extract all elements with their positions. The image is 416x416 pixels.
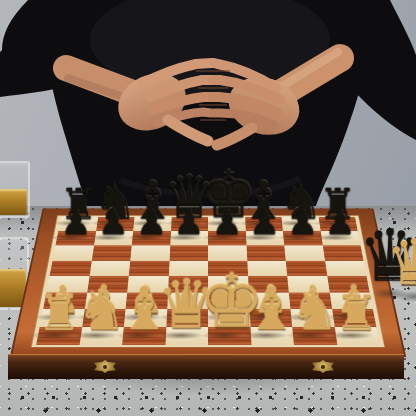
piece-black-pawn-a7[interactable]: ♟ [48,206,104,238]
square-f1[interactable] [250,327,294,345]
square-c6[interactable] [130,245,170,260]
piece-white-pawn-g2[interactable]: ♟ [281,283,342,318]
piece-black-pawn-f7[interactable]: ♟ [237,206,293,238]
square-f3[interactable] [248,292,290,309]
piece-black-knight-b8[interactable]: ♞ [88,179,143,224]
square-f7[interactable] [245,231,284,245]
piece-shadow [283,313,330,321]
piece-shadow [238,234,280,240]
piece-white-queen-d1[interactable]: ♛ [155,274,218,336]
queen-glyph: ♛ [155,274,218,336]
square-d6[interactable] [169,245,208,260]
square-c1[interactable] [122,327,166,345]
square-a6[interactable] [53,245,94,260]
piece-white-pawn-f2[interactable]: ♟ [240,283,301,318]
square-c2[interactable] [124,309,167,327]
piece-white-rook-h1[interactable]: ♜ [326,291,389,336]
piece-black-pawn-c7[interactable]: ♟ [124,206,180,238]
square-f8[interactable] [245,217,283,231]
brass-latch-icon[interactable] [94,360,116,373]
pawn-glyph: ♟ [237,206,293,238]
square-b4[interactable] [87,276,129,292]
square-h7[interactable] [320,231,360,245]
square-b3[interactable] [84,292,127,309]
piece-white-pawn-h2[interactable]: ♟ [323,283,384,318]
bishop-glyph: ♝ [241,281,304,336]
piece-shadow [158,313,204,321]
piece-black-pawn-b7[interactable]: ♟ [86,206,142,238]
piece-shadow [125,234,167,240]
king-glyph: ♚ [198,268,261,336]
piece-white-pawn-e2[interactable]: ♟ [198,283,259,318]
piece-shadow [126,220,167,226]
brass-latch-icon[interactable] [312,360,334,373]
square-d7[interactable] [170,231,208,245]
piece-shadow [89,220,131,226]
piece-shadow [314,234,357,240]
piece-shadow [87,234,130,240]
piece-black-pawn-d7[interactable]: ♟ [161,206,217,238]
photo-chess-scene: { "game": "chess", "position": "rnbqkbnr… [0,0,416,416]
piece-shadow [52,220,94,226]
pawn-glyph: ♟ [161,206,217,238]
piece-shadow [114,331,162,339]
square-f5[interactable] [247,260,287,276]
square-c8[interactable] [133,217,171,231]
pawn-glyph: ♟ [86,206,142,238]
square-a3[interactable] [43,292,87,309]
square-g3[interactable] [289,292,332,309]
piece-shadow [201,234,243,240]
pawn-glyph: ♟ [198,283,259,318]
square-a1[interactable] [36,327,82,345]
square-g6[interactable] [284,245,324,260]
piece-black-knight-g8[interactable]: ♞ [273,179,328,224]
square-e3[interactable] [208,292,249,309]
piece-shadow [201,220,242,226]
piece-shadow [238,220,279,226]
piece-white-king-e1[interactable]: ♚ [198,268,261,336]
bishop-glyph: ♝ [113,281,176,336]
piece-shadow [33,313,80,321]
square-h8[interactable] [318,217,357,231]
square-c3[interactable] [126,292,168,309]
piece-shadow [164,220,205,226]
piece-shadow [200,331,247,339]
square-h5[interactable] [325,260,367,276]
square-g7[interactable] [283,231,323,245]
square-e1[interactable] [208,327,251,345]
board-squares [36,217,380,345]
rook-glyph: ♜ [28,291,91,336]
pawn-glyph: ♟ [73,283,134,318]
square-b2[interactable] [82,309,126,327]
square-b6[interactable] [91,245,131,260]
piece-shadow [157,331,204,339]
pawn-glyph: ♟ [275,206,331,238]
square-g4[interactable] [287,276,329,292]
square-e6[interactable] [208,245,247,260]
square-b7[interactable] [94,231,134,245]
square-c7[interactable] [132,231,171,245]
square-f4[interactable] [248,276,289,292]
square-b1[interactable] [79,327,124,345]
square-d8[interactable] [171,217,208,231]
pawn-glyph: ♟ [281,283,342,318]
square-d5[interactable] [168,260,208,276]
rook-glyph: ♜ [326,291,389,336]
knight-glyph: ♞ [88,179,143,224]
piece-shadow [74,313,121,321]
piece-white-pawn-d2[interactable]: ♟ [157,283,218,318]
piece-black-queen-d8[interactable]: ♛ [162,170,217,224]
pawn-glyph: ♟ [115,283,176,318]
square-f6[interactable] [246,245,286,260]
square-e5[interactable] [208,260,248,276]
piece-white-bishop-c1[interactable]: ♝ [113,281,176,336]
piece-shadow [72,331,120,339]
piece-shadow [327,331,375,339]
piece-shadow [116,313,163,321]
piece-black-pawn-h7[interactable]: ♟ [312,206,368,238]
square-c5[interactable] [129,260,169,276]
piece-white-bishop-f1[interactable]: ♝ [241,281,304,336]
piece-shadow [285,331,333,339]
square-e4[interactable] [208,276,248,292]
square-h2[interactable] [332,309,377,327]
square-a5[interactable] [50,260,92,276]
square-e2[interactable] [208,309,250,327]
square-d1[interactable] [165,327,208,345]
square-d3[interactable] [167,292,208,309]
piece-white-pawn-b2[interactable]: ♟ [73,283,134,318]
square-b8[interactable] [96,217,135,231]
piece-shadow [163,234,205,240]
piece-shadow [325,313,372,321]
piece-shadow [200,313,246,321]
square-d2[interactable] [166,309,208,327]
square-d4[interactable] [168,276,208,292]
piece-shadow [242,331,289,339]
piece-shadow [242,313,288,321]
square-b5[interactable] [89,260,130,276]
square-h3[interactable] [329,292,373,309]
piece-shadow [49,234,92,240]
chess-board: ♜♞♝♛♚♝♞♜♟♟♟♟♟♟♟♟♟♟♟♟♟♟♟♟♜♞♝♛♚♝♞♜ [0,196,416,356]
piece-shadow [29,331,77,339]
square-f2[interactable] [249,309,292,327]
square-g8[interactable] [281,217,320,231]
queen-glyph: ♛ [162,170,217,224]
square-g1[interactable] [292,327,337,345]
pawn-glyph: ♟ [240,283,301,318]
piece-shadow [275,220,317,226]
square-e7[interactable] [208,231,246,245]
pawn-glyph: ♟ [124,206,180,238]
pawn-glyph: ♟ [48,206,104,238]
piece-white-rook-a1[interactable]: ♜ [28,291,91,336]
square-c4[interactable] [127,276,168,292]
pawn-glyph: ♟ [199,206,255,238]
piece-black-pawn-e7[interactable]: ♟ [199,206,255,238]
square-h6[interactable] [322,245,363,260]
pawn-glyph: ♟ [157,283,218,318]
board-front-face [8,354,404,379]
square-a2[interactable] [40,309,85,327]
pawn-glyph: ♟ [312,206,368,238]
square-a8[interactable] [58,217,97,231]
pawn-glyph: ♟ [323,283,384,318]
piece-white-pawn-a2[interactable]: ♟ [32,283,93,318]
piece-white-knight-b1[interactable]: ♞ [70,285,133,336]
square-e8[interactable] [208,217,245,231]
square-g2[interactable] [290,309,334,327]
square-g5[interactable] [286,260,327,276]
piece-white-pawn-c2[interactable]: ♟ [115,283,176,318]
piece-shadow [276,234,318,240]
knight-glyph: ♞ [273,179,328,224]
pawn-glyph: ♟ [32,283,93,318]
square-a4[interactable] [46,276,89,292]
piece-shadow [312,220,354,226]
square-h4[interactable] [327,276,370,292]
knight-glyph: ♞ [283,285,346,336]
piece-black-pawn-g7[interactable]: ♟ [275,206,331,238]
square-h1[interactable] [334,327,380,345]
piece-white-knight-g1[interactable]: ♞ [283,285,346,336]
board-plane: ♜♞♝♛♚♝♞♜♟♟♟♟♟♟♟♟♟♟♟♟♟♟♟♟♜♞♝♛♚♝♞♜ [12,209,404,356]
square-a7[interactable] [55,231,95,245]
knight-glyph: ♞ [70,285,133,336]
